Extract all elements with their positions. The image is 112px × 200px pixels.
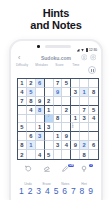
sudoku-cell-r6c8[interactable] xyxy=(80,123,89,132)
eraser-icon xyxy=(39,165,55,173)
sudoku-cell-r3c6[interactable] xyxy=(62,97,71,106)
numpad-2[interactable]: 2 xyxy=(28,185,33,197)
wifi-icon xyxy=(81,49,84,52)
speaker-slot xyxy=(45,45,71,48)
camera-dot xyxy=(37,45,40,48)
sudoku-cell-r5c6[interactable] xyxy=(62,115,71,124)
notes-badge: ON xyxy=(68,164,74,168)
pencil-note: 2 xyxy=(47,115,50,118)
sudoku-cell-r4c5[interactable] xyxy=(54,106,63,115)
stat-label: Mistakes xyxy=(35,63,48,67)
sudoku-cell-r8c2[interactable]: 1 xyxy=(27,141,36,150)
hint-badge: 1 xyxy=(89,164,93,168)
sudoku-cell-r7c5[interactable]: 1 xyxy=(54,132,63,141)
sudoku-cell-r2c6[interactable] xyxy=(62,88,71,97)
numpad-7[interactable]: 7 xyxy=(71,185,76,197)
pause-button[interactable] xyxy=(88,66,96,74)
stat-label: Difficulty xyxy=(16,63,28,67)
sudoku-cell-r8c1[interactable]: 8 xyxy=(18,141,27,150)
sudoku-cell-r2c1[interactable]: 4 xyxy=(18,88,27,97)
page-title: Hints and Notes xyxy=(0,7,112,31)
sudoku-cell-r8c7[interactable]: 9 xyxy=(71,141,80,150)
sudoku-cell-r8c3[interactable] xyxy=(36,141,45,150)
sudoku-cell-r7c9[interactable] xyxy=(89,132,98,141)
sudoku-cell-r5c4[interactable]: 2 xyxy=(45,115,54,124)
stat-label: Time xyxy=(72,63,79,67)
sudoku-cell-r2c8[interactable]: 1 xyxy=(80,88,89,97)
sudoku-cell-r9c4[interactable]: 5 xyxy=(45,150,54,159)
erase-button[interactable]: Erase xyxy=(39,165,55,181)
page-title-line2: and Notes xyxy=(0,19,112,31)
sudoku-cell-r6c2[interactable] xyxy=(27,123,36,132)
stat-label: Score xyxy=(55,63,63,67)
sudoku-cell-r5c1[interactable] xyxy=(18,115,27,124)
sudoku-cell-r3c5[interactable] xyxy=(54,97,63,106)
sudoku-cell-r1c8[interactable] xyxy=(80,79,89,88)
sudoku-cell-r2c9[interactable]: 8 xyxy=(89,88,98,97)
sudoku-cell-r2c5[interactable]: 9 xyxy=(54,88,63,97)
battery-icon xyxy=(86,48,88,51)
sudoku-cell-r8c9[interactable]: 6 xyxy=(89,141,98,150)
sudoku-cell-r3c3[interactable]: 9 xyxy=(36,97,45,106)
notes-button[interactable]: NotesON xyxy=(57,165,73,181)
sudoku-cell-r5c5[interactable]: 8 xyxy=(54,115,63,124)
numpad-6[interactable]: 6 xyxy=(62,185,67,197)
number-pad: 123456789 xyxy=(17,184,95,197)
numpad-1[interactable]: 1 xyxy=(19,185,24,197)
sudoku-board: 1267545931878924812752813451314631981349… xyxy=(17,78,99,160)
phone-mockup: 12:30 ‹ Sudoku.com DifficultyEasyMistake… xyxy=(9,39,103,200)
sudoku-cell-r5c8[interactable]: 3 xyxy=(80,115,89,124)
sudoku-cell-r4c3[interactable]: 8 xyxy=(36,106,45,115)
sudoku-cell-r3c2[interactable]: 8 xyxy=(27,97,36,106)
sudoku-cell-r4c6[interactable]: 2 xyxy=(62,106,71,115)
hint-button[interactable]: Hint1 xyxy=(76,165,92,181)
undo-icon xyxy=(20,165,36,173)
sudoku-cell-r9c1[interactable]: 2 xyxy=(18,150,27,159)
numpad-5[interactable]: 5 xyxy=(54,185,59,197)
settings-icon[interactable] xyxy=(90,54,97,61)
sudoku-cell-r3c9[interactable] xyxy=(89,97,98,106)
sudoku-cell-r2c2[interactable]: 5 xyxy=(27,88,36,97)
sudoku-cell-r6c5[interactable] xyxy=(54,123,63,132)
sudoku-cell-r3c8[interactable] xyxy=(80,97,89,106)
sudoku-cell-r1c9[interactable] xyxy=(89,79,98,88)
sudoku-cell-r4c1[interactable] xyxy=(18,106,27,115)
sudoku-cell-r7c2[interactable]: 6 xyxy=(27,132,36,141)
sudoku-cell-r7c4[interactable] xyxy=(45,132,54,141)
sudoku-cell-r1c4[interactable] xyxy=(45,79,54,88)
numpad-4[interactable]: 4 xyxy=(45,185,50,197)
page-title-line1: Hints xyxy=(0,7,112,19)
sudoku-cell-r9c6[interactable] xyxy=(62,150,71,159)
sudoku-cell-r6c3[interactable]: 1 xyxy=(36,123,45,132)
sudoku-cell-r9c2[interactable] xyxy=(27,150,36,159)
sudoku-cell-r1c2[interactable]: 2 xyxy=(27,79,36,88)
undo-button[interactable]: Undo xyxy=(20,165,36,181)
sudoku-cell-r1c7[interactable] xyxy=(71,79,80,88)
sudoku-cell-r5c2[interactable] xyxy=(27,115,36,124)
sudoku-cell-r4c2[interactable]: 4 xyxy=(27,106,36,115)
sudoku-cell-r4c8[interactable]: 7 xyxy=(80,106,89,115)
sudoku-cell-r4c9[interactable]: 5 xyxy=(89,106,98,115)
sudoku-cell-r7c8[interactable] xyxy=(80,132,89,141)
sudoku-cell-r7c7[interactable] xyxy=(71,132,80,141)
sudoku-cell-r3c4[interactable]: 2 xyxy=(45,97,54,106)
sudoku-cell-r9c3[interactable]: 4 xyxy=(36,150,45,159)
numpad-3[interactable]: 3 xyxy=(36,185,41,197)
action-bar: UndoEraseNotesONHint1 xyxy=(17,165,95,181)
sudoku-cell-r9c7[interactable] xyxy=(71,150,80,159)
trophy-icon[interactable] xyxy=(81,54,88,61)
numpad-9[interactable]: 9 xyxy=(88,185,93,197)
sudoku-cell-r6c4[interactable]: 3 xyxy=(45,123,54,132)
sudoku-cell-r6c7[interactable]: 14 xyxy=(71,123,80,132)
sudoku-cell-r2c4[interactable] xyxy=(45,88,54,97)
sudoku-cell-r5c3[interactable] xyxy=(36,115,45,124)
status-time: 12:30 xyxy=(89,48,97,52)
stats-row: DifficultyEasyMistakes0/3Score790Time02:… xyxy=(16,64,96,76)
pencil-note: 4 xyxy=(71,126,74,129)
sudoku-cell-r1c6[interactable]: 5 xyxy=(62,79,71,88)
sudoku-cell-r9c9[interactable] xyxy=(89,150,98,159)
sudoku-cell-r3c7[interactable] xyxy=(71,97,80,106)
sudoku-cell-r8c4[interactable] xyxy=(45,141,54,150)
sudoku-cell-r8c5[interactable]: 3 xyxy=(54,141,63,150)
sudoku-cell-r6c6[interactable] xyxy=(62,123,71,132)
sudoku-cell-r5c9[interactable]: 4 xyxy=(89,115,98,124)
sudoku-cell-r8c6[interactable]: 4 xyxy=(62,141,71,150)
sudoku-cell-r9c5[interactable] xyxy=(54,150,63,159)
sudoku-cell-r1c1[interactable]: 1 xyxy=(18,79,27,88)
sudoku-cell-r7c6[interactable]: 9 xyxy=(62,132,71,141)
sudoku-cell-r7c1[interactable] xyxy=(18,132,27,141)
sudoku-cell-r4c7[interactable] xyxy=(71,106,80,115)
numpad-8[interactable]: 8 xyxy=(80,185,85,197)
sudoku-cell-r8c8[interactable]: 2 xyxy=(80,141,89,150)
sudoku-cell-r6c1[interactable]: 5 xyxy=(18,123,27,132)
sudoku-cell-r2c3[interactable] xyxy=(36,88,45,97)
sudoku-cell-r2c7[interactable]: 3 xyxy=(71,88,80,97)
sudoku-cell-r9c8[interactable]: 8 xyxy=(80,150,89,159)
sudoku-cell-r1c3[interactable]: 6 xyxy=(36,79,45,88)
sudoku-cell-r3c1[interactable]: 7 xyxy=(18,97,27,106)
sudoku-cell-r7c3[interactable]: 3 xyxy=(36,132,45,141)
sudoku-cell-r6c9[interactable] xyxy=(89,123,98,132)
sudoku-cell-r1c5[interactable]: 7 xyxy=(54,79,63,88)
